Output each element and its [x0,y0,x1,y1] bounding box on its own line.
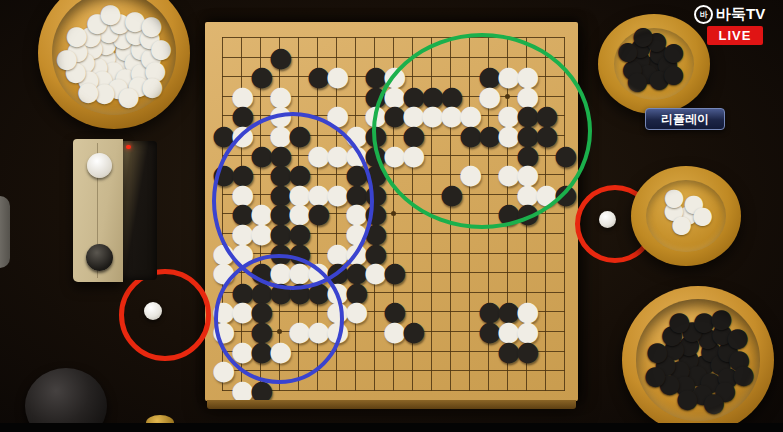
black-bowl-stone: ● [703,393,722,412]
timer-screen-panel [123,141,157,280]
black-bowl-stone: ● [728,350,747,369]
timer-device [73,139,157,282]
white-bowl-stone: ● [66,41,85,60]
white-bowl-stone: ● [114,68,133,87]
black-bowl-stone: ● [658,374,677,393]
black-bowl-stone: ● [676,389,695,408]
white-bowl-stone: ● [64,62,83,81]
blue-circle-lower-left-group [214,254,344,384]
star-point [277,94,282,99]
replay-badge: 리플레이 [645,108,725,130]
black-bowl-stone: ● [716,341,735,360]
circled-white-stone-right [599,211,616,228]
channel-logo-icon: 바 [694,5,713,24]
white-bowl-stone: ● [115,40,134,59]
white-bowl-stone: ● [684,195,701,212]
timer-black-button [86,244,113,271]
red-circle-left-stone [119,269,211,361]
black-bowl-stone: ● [686,365,705,384]
white-bowl-stone: ● [123,52,142,71]
black-bowl-stone: ● [668,312,687,331]
black-bowl-stone: ● [668,360,687,379]
timer-white-button [87,153,112,178]
white-bowl-stone: ● [99,4,118,23]
black-bowl-stone: ● [700,341,719,360]
black-bowl-stone: ● [693,354,712,373]
black-bowl-stone: ● [716,367,735,386]
black-bowl-stone: ● [663,339,682,358]
white-bowl-stone: ● [127,76,146,95]
white-bowl-stone: ● [124,11,143,30]
green-circle-top-right-group [372,33,592,229]
white-bowl-stone: ● [107,78,126,97]
black-bowl-stone: ● [646,342,665,361]
white-bowl-stone: ● [692,207,709,224]
white-bowl-stone: ● [97,22,116,41]
white-bowl-stone: ● [130,63,149,82]
circled-white-stone-left [144,302,162,320]
white-bowl-stone: ● [140,16,159,35]
white-bowl-stone: ● [77,82,96,101]
white-bowl-stone: ● [91,70,110,89]
black-stone-bowl: ●●●●●●●●●●●●●●●●●●●●●●●●●●●●●● [622,286,774,432]
timer-red-led [126,145,131,149]
black-bowl-stone: ● [726,328,745,347]
white-bowl-stone: ● [74,52,93,71]
black-bowl-stone: ● [644,366,663,385]
white-bowl-stone: ● [664,202,681,219]
white-bowl-stone: ● [671,216,688,233]
black-bowl-stone: ● [630,50,648,68]
black-bowl-stone: ● [617,42,635,60]
bowl-edge-offscreen [0,196,10,268]
letterbox-bar [0,423,783,432]
white-bowl-stone: ● [93,83,112,102]
white-bowl-stone: ● [86,57,105,76]
white-bowl-stone: ● [138,28,157,47]
white-bowl-stone: ● [141,77,160,96]
white-stone-lid: ●●●●●● [631,166,741,266]
black-bowl-stone: ● [630,38,648,56]
black-bowl-stone: ● [677,349,696,368]
black-bowl-stone: ● [622,60,640,78]
white-bowl-stone: ● [102,61,121,80]
star-point [391,329,396,334]
white-bowl-stone: ● [56,49,75,68]
black-bowl-stone: ● [732,365,751,384]
white-bowl-stone: ● [80,26,99,45]
black-bowl-stone: ● [649,44,667,62]
white-bowl-stone: ● [81,38,100,57]
black-bowl-stone: ● [674,375,693,394]
white-bowl-stone: ● [77,70,96,89]
white-bowl-stone: ● [112,28,131,47]
black-bowl-stone: ● [709,354,728,373]
black-bowl-stone: ● [657,55,675,73]
white-bowl-stone: ● [130,39,149,58]
white-bowl-stone: ● [664,189,681,206]
star-point [505,329,510,334]
black-bowl-stone: ● [678,335,697,354]
white-bowl-stone: ● [144,61,163,80]
black-bowl-stone: ● [693,312,712,331]
black-bowl-stone: ● [654,355,673,374]
board-front-edge [207,400,576,409]
black-bowl-stone: ● [696,328,715,347]
white-bowl-stone: ● [86,13,105,32]
black-bowl-stone: ● [663,43,681,61]
black-bowl-stone: ● [663,65,681,83]
black-bowl-stone: ● [710,309,729,328]
black-bowl-stone: ● [648,70,666,88]
black-bowl-stone: ● [699,372,718,391]
live-badge: LIVE [707,26,763,45]
white-bowl-stone: ● [140,48,159,67]
black-stone-lid: ●●●●●●●●●●●●●● [598,14,710,114]
white-bowl-stone: ● [125,24,144,43]
white-bowl-stone: ● [117,87,136,106]
white-bowl-stone: ● [95,34,114,53]
white-bowl-stone: ● [109,51,128,70]
black-bowl-stone: ● [714,381,733,400]
white-bowl-stone: ● [66,26,85,45]
black-bowl-stone: ● [691,384,710,403]
black-bowl-stone: ● [632,27,650,45]
black-bowl-stone: ● [646,32,664,50]
white-bowl-stone: ● [678,206,695,223]
black-bowl-stone: ● [681,321,700,340]
black-bowl-stone: ● [626,72,644,90]
black-bowl-stone: ● [643,55,661,73]
channel-logo-text: 바둑TV [716,5,765,24]
white-bowl-stone: ● [150,39,169,58]
black-bowl-stone: ● [637,64,655,82]
white-stone-bowl: ●●●●●●●●●●●●●●●●●●●●●●●●●●●●●●●●●●●●● [38,0,190,129]
broadcast-frame: ●●●●●●●●●●●●●●●●●●●●●●●●●●●●●●●●●●●●●●●●… [0,0,783,432]
white-bowl-stone: ● [108,13,127,32]
channel-logo: 바 바둑TV [694,5,765,24]
black-bowl-stone: ● [661,325,680,344]
black-bowl-stone: ● [711,324,730,343]
white-bowl-stone: ● [94,47,113,66]
